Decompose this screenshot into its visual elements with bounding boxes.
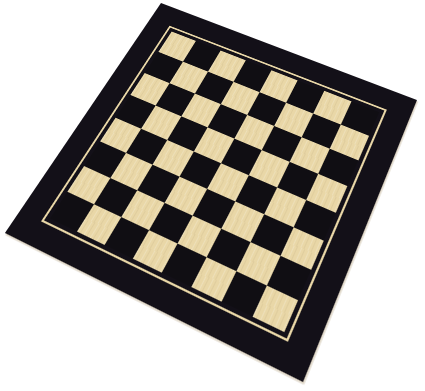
chess-board bbox=[5, 3, 417, 382]
photo-background bbox=[0, 0, 425, 391]
board-field bbox=[50, 32, 379, 333]
